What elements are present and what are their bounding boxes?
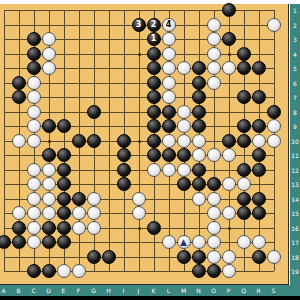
- column-label-A: A: [0, 287, 9, 294]
- white-stone-F19[interactable]: [72, 264, 86, 278]
- white-stone-C8[interactable]: [27, 105, 41, 119]
- row-label-9: 9: [290, 123, 300, 130]
- black-stone-K6[interactable]: [147, 76, 161, 90]
- black-stone-N18[interactable]: [192, 250, 206, 264]
- white-stone-O14[interactable]: [207, 192, 221, 206]
- black-stone-C3[interactable]: [27, 32, 41, 46]
- move-number-label: 4: [166, 21, 172, 29]
- white-stone-S2[interactable]: [267, 18, 281, 32]
- black-stone-P3[interactable]: [222, 32, 236, 46]
- go-app-window: 3214▲ 12345678910111213141516171819 ABCD…: [0, 0, 300, 300]
- black-stone-E12[interactable]: [57, 163, 71, 177]
- black-stone-L11[interactable]: [162, 148, 176, 162]
- row-label-6: 6: [290, 80, 300, 87]
- white-stone-P11[interactable]: [222, 148, 236, 162]
- white-stone-D4[interactable]: [42, 47, 56, 61]
- row-label-1: 1: [290, 7, 300, 14]
- white-stone-L2[interactable]: 4: [162, 18, 176, 32]
- black-stone-N19[interactable]: [192, 264, 206, 278]
- row-label-18: 18: [290, 254, 300, 261]
- white-stone-D13[interactable]: [42, 177, 56, 191]
- white-stone-M10[interactable]: [177, 134, 191, 148]
- white-stone-L17[interactable]: [162, 235, 176, 249]
- white-stone-O5[interactable]: [207, 61, 221, 75]
- black-stone-D19[interactable]: [42, 264, 56, 278]
- black-stone-K9[interactable]: [147, 119, 161, 133]
- white-stone-O18[interactable]: [207, 250, 221, 264]
- black-stone-E9[interactable]: [57, 119, 71, 133]
- white-stone-C13[interactable]: [27, 177, 41, 191]
- black-stone-B17[interactable]: [12, 235, 26, 249]
- white-stone-P19[interactable]: [222, 264, 236, 278]
- white-stone-S18[interactable]: [267, 250, 281, 264]
- white-stone-M8[interactable]: [177, 105, 191, 119]
- black-stone-C19[interactable]: [27, 264, 41, 278]
- column-label-B: B: [14, 287, 24, 294]
- column-label-E: E: [59, 287, 69, 294]
- row-label-13: 13: [290, 181, 300, 188]
- black-stone-K10[interactable]: [147, 134, 161, 148]
- column-label-F: F: [74, 287, 84, 294]
- white-stone-L4[interactable]: [162, 47, 176, 61]
- black-stone-K7[interactable]: [147, 90, 161, 104]
- white-stone-M17[interactable]: ▲: [177, 235, 191, 249]
- black-stone-H18[interactable]: [102, 250, 116, 264]
- white-stone-R17[interactable]: [252, 235, 266, 249]
- star-point: [48, 140, 51, 143]
- column-label-Q: Q: [239, 287, 249, 294]
- white-stone-C16[interactable]: [27, 221, 41, 235]
- black-stone-K11[interactable]: [147, 148, 161, 162]
- star-point: [138, 140, 141, 143]
- black-stone-B7[interactable]: [12, 90, 26, 104]
- black-stone-M13[interactable]: [177, 177, 191, 191]
- triangle-marker: ▲: [180, 237, 187, 246]
- black-stone-K3[interactable]: 1: [147, 32, 161, 46]
- black-stone-K4[interactable]: [147, 47, 161, 61]
- white-stone-K12[interactable]: [147, 163, 161, 177]
- black-stone-Q9[interactable]: [237, 119, 251, 133]
- row-label-3: 3: [290, 36, 300, 43]
- row-label-19: 19: [290, 268, 300, 275]
- black-stone-R9[interactable]: [252, 119, 266, 133]
- black-stone-N5[interactable]: [192, 61, 206, 75]
- black-stone-E14[interactable]: [57, 192, 71, 206]
- black-stone-R5[interactable]: [252, 61, 266, 75]
- white-stone-B10[interactable]: [12, 134, 26, 148]
- white-stone-M5[interactable]: [177, 61, 191, 75]
- black-stone-N9[interactable]: [192, 119, 206, 133]
- star-point: [138, 227, 141, 230]
- white-stone-G14[interactable]: [87, 192, 101, 206]
- black-stone-D11[interactable]: [42, 148, 56, 162]
- black-stone-M11[interactable]: [177, 148, 191, 162]
- black-stone-Q7[interactable]: [237, 90, 251, 104]
- black-stone-Q4[interactable]: [237, 47, 251, 61]
- white-stone-N10[interactable]: [192, 134, 206, 148]
- black-stone-I13[interactable]: [117, 177, 131, 191]
- white-stone-D5[interactable]: [42, 61, 56, 75]
- black-stone-S8[interactable]: [267, 105, 281, 119]
- column-label-S: S: [269, 287, 279, 294]
- column-label-J: J: [134, 287, 144, 294]
- black-stone-J2[interactable]: 3: [132, 18, 146, 32]
- white-stone-P13[interactable]: [222, 177, 236, 191]
- row-label-5: 5: [290, 65, 300, 72]
- black-stone-Q5[interactable]: [237, 61, 251, 75]
- black-stone-G10[interactable]: [87, 134, 101, 148]
- black-stone-K2[interactable]: 2: [147, 18, 161, 32]
- white-stone-G16[interactable]: [87, 221, 101, 235]
- black-stone-E13[interactable]: [57, 177, 71, 191]
- black-stone-I12[interactable]: [117, 163, 131, 177]
- black-stone-F10[interactable]: [72, 134, 86, 148]
- row-label-10: 10: [290, 138, 300, 145]
- black-stone-F14[interactable]: [72, 192, 86, 206]
- black-stone-P1[interactable]: [222, 3, 236, 17]
- white-stone-C12[interactable]: [27, 163, 41, 177]
- white-stone-S9[interactable]: [267, 119, 281, 133]
- white-stone-O11[interactable]: [207, 148, 221, 162]
- black-stone-N7[interactable]: [192, 90, 206, 104]
- white-stone-E19[interactable]: [57, 264, 71, 278]
- star-point: [228, 227, 231, 230]
- row-label-12: 12: [290, 167, 300, 174]
- row-label-8: 8: [290, 109, 300, 116]
- row-label-2: 2: [290, 22, 300, 29]
- black-stone-Q12[interactable]: [237, 163, 251, 177]
- black-stone-N8[interactable]: [192, 105, 206, 119]
- white-stone-M12[interactable]: [177, 163, 191, 177]
- black-stone-Q10[interactable]: [237, 134, 251, 148]
- white-stone-O15[interactable]: [207, 206, 221, 220]
- black-stone-M18[interactable]: [177, 250, 191, 264]
- white-stone-C14[interactable]: [27, 192, 41, 206]
- white-stone-O2[interactable]: [207, 18, 221, 32]
- white-stone-P5[interactable]: [222, 61, 236, 75]
- move-number-label: 1: [151, 35, 157, 43]
- column-label-L: L: [164, 287, 174, 294]
- black-stone-N6[interactable]: [192, 76, 206, 90]
- black-stone-E11[interactable]: [57, 148, 71, 162]
- black-stone-O13[interactable]: [207, 177, 221, 191]
- white-stone-C15[interactable]: [27, 206, 41, 220]
- white-stone-D12[interactable]: [42, 163, 56, 177]
- star-point: [228, 53, 231, 56]
- move-number-label: 3: [136, 21, 142, 29]
- white-stone-D14[interactable]: [42, 192, 56, 206]
- white-stone-O16[interactable]: [207, 221, 221, 235]
- black-stone-B6[interactable]: [12, 76, 26, 90]
- white-stone-C10[interactable]: [27, 134, 41, 148]
- white-stone-C7[interactable]: [27, 90, 41, 104]
- move-number-label: 2: [151, 21, 157, 29]
- black-stone-C5[interactable]: [27, 61, 41, 75]
- white-stone-J15[interactable]: [132, 206, 146, 220]
- white-stone-C9[interactable]: [27, 119, 41, 133]
- black-stone-Q15[interactable]: [237, 206, 251, 220]
- white-stone-J14[interactable]: [132, 192, 146, 206]
- row-label-16: 16: [290, 225, 300, 232]
- black-stone-D9[interactable]: [42, 119, 56, 133]
- black-stone-R11[interactable]: [252, 148, 266, 162]
- white-stone-L6[interactable]: [162, 76, 176, 90]
- white-stone-N11[interactable]: [192, 148, 206, 162]
- black-stone-E16[interactable]: [57, 221, 71, 235]
- white-stone-C17[interactable]: [27, 235, 41, 249]
- row-label-11: 11: [290, 152, 300, 159]
- white-stone-Q17[interactable]: [237, 235, 251, 249]
- black-stone-R14[interactable]: [252, 192, 266, 206]
- white-stone-P18[interactable]: [222, 250, 236, 264]
- white-stone-S10[interactable]: [267, 134, 281, 148]
- column-label-P: P: [224, 287, 234, 294]
- column-label-M: M: [179, 287, 189, 294]
- white-stone-P15[interactable]: [222, 206, 236, 220]
- white-stone-R10[interactable]: [252, 134, 266, 148]
- black-stone-D16[interactable]: [42, 221, 56, 235]
- black-stone-R15[interactable]: [252, 206, 266, 220]
- white-stone-F16[interactable]: [72, 221, 86, 235]
- row-label-7: 7: [290, 94, 300, 101]
- column-label-K: K: [149, 287, 159, 294]
- white-stone-L10[interactable]: [162, 134, 176, 148]
- black-stone-K16[interactable]: [147, 221, 161, 235]
- white-stone-N17[interactable]: [192, 235, 206, 249]
- black-stone-P10[interactable]: [222, 134, 236, 148]
- black-stone-I10[interactable]: [117, 134, 131, 148]
- white-stone-Q13[interactable]: [237, 177, 251, 191]
- white-stone-O17[interactable]: [207, 235, 221, 249]
- black-stone-L9[interactable]: [162, 119, 176, 133]
- black-stone-N13[interactable]: [192, 177, 206, 191]
- black-stone-G8[interactable]: [87, 105, 101, 119]
- black-stone-E17[interactable]: [57, 235, 71, 249]
- black-stone-N12[interactable]: [192, 163, 206, 177]
- white-stone-G15[interactable]: [87, 206, 101, 220]
- row-coordinate-strip: 12345678910111213141516171819: [290, 4, 300, 285]
- bottom-bar: [0, 296, 300, 300]
- star-point: [138, 53, 141, 56]
- white-stone-M9[interactable]: [177, 119, 191, 133]
- black-stone-R7[interactable]: [252, 90, 266, 104]
- white-stone-O4[interactable]: [207, 47, 221, 61]
- black-stone-R18[interactable]: [252, 250, 266, 264]
- column-label-O: O: [209, 287, 219, 294]
- black-stone-B16[interactable]: [12, 221, 26, 235]
- black-stone-R12[interactable]: [252, 163, 266, 177]
- black-stone-G18[interactable]: [87, 250, 101, 264]
- black-stone-L8[interactable]: [162, 105, 176, 119]
- black-stone-D17[interactable]: [42, 235, 56, 249]
- black-stone-I11[interactable]: [117, 148, 131, 162]
- black-stone-E15[interactable]: [57, 206, 71, 220]
- black-stone-C4[interactable]: [27, 47, 41, 61]
- white-stone-F15[interactable]: [72, 206, 86, 220]
- column-label-I: I: [119, 287, 129, 294]
- column-label-G: G: [89, 287, 99, 294]
- white-stone-L5[interactable]: [162, 61, 176, 75]
- column-label-R: R: [254, 287, 264, 294]
- column-label-N: N: [194, 287, 204, 294]
- row-label-14: 14: [290, 196, 300, 203]
- black-stone-Q14[interactable]: [237, 192, 251, 206]
- row-label-15: 15: [290, 210, 300, 217]
- white-stone-D15[interactable]: [42, 206, 56, 220]
- white-stone-L7[interactable]: [162, 90, 176, 104]
- white-stone-O3[interactable]: [207, 32, 221, 46]
- black-stone-A17[interactable]: [0, 235, 11, 249]
- row-label-4: 4: [290, 51, 300, 58]
- black-stone-O19[interactable]: [207, 264, 221, 278]
- black-stone-K8[interactable]: [147, 105, 161, 119]
- column-label-D: D: [44, 287, 54, 294]
- goban-board[interactable]: 3214▲: [0, 4, 289, 285]
- white-stone-O6[interactable]: [207, 76, 221, 90]
- white-stone-D3[interactable]: [42, 32, 56, 46]
- white-stone-C6[interactable]: [27, 76, 41, 90]
- white-stone-L12[interactable]: [162, 163, 176, 177]
- row-label-17: 17: [290, 239, 300, 246]
- column-coordinate-strip: ABCDEFGHIJKLMNOPQRS: [0, 285, 300, 296]
- white-stone-N14[interactable]: [192, 192, 206, 206]
- column-label-C: C: [29, 287, 39, 294]
- white-stone-B15[interactable]: [12, 206, 26, 220]
- black-stone-K5[interactable]: [147, 61, 161, 75]
- column-label-H: H: [104, 287, 114, 294]
- white-stone-L3[interactable]: [162, 32, 176, 46]
